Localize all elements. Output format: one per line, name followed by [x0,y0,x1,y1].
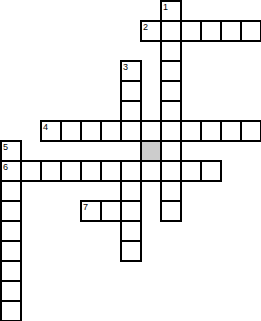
crossword-cell-shaded[interactable] [140,140,162,162]
crossword-cell[interactable] [220,20,242,42]
crossword-cell[interactable] [160,120,182,142]
crossword-cell[interactable] [120,120,142,142]
crossword-cell[interactable] [120,220,142,242]
crossword-cell[interactable] [0,220,22,242]
clue-number-5: 5 [3,142,8,152]
crossword-cell[interactable] [180,20,202,42]
crossword-cell[interactable] [160,80,182,102]
crossword-cell[interactable] [100,160,122,182]
crossword-cell[interactable] [220,120,242,142]
crossword-cell[interactable]: 5 [0,140,22,162]
crossword-cell[interactable]: 3 [120,60,142,82]
crossword-cell[interactable] [120,240,142,262]
crossword-cell[interactable] [160,40,182,62]
crossword-cell[interactable] [180,120,202,142]
crossword-cell[interactable]: 7 [80,200,102,222]
clue-number-7: 7 [83,202,88,212]
crossword-cell[interactable] [0,240,22,262]
crossword-cell[interactable] [100,200,122,222]
clue-number-3: 3 [123,62,128,72]
crossword-cell[interactable] [0,300,22,321]
crossword-cell[interactable] [80,160,102,182]
crossword-cell[interactable] [160,180,182,202]
crossword-cell[interactable] [200,20,222,42]
crossword-cell[interactable] [60,160,82,182]
crossword-cell[interactable] [160,60,182,82]
crossword-cell[interactable] [20,160,42,182]
crossword-cell[interactable]: 6 [0,160,22,182]
crossword-cell[interactable] [240,20,261,42]
crossword-cell[interactable] [160,100,182,122]
clue-number-1: 1 [163,2,168,12]
clue-number-2: 2 [143,22,148,32]
clue-number-4: 4 [43,122,48,132]
crossword-cell[interactable] [160,20,182,42]
crossword-cell[interactable] [80,120,102,142]
crossword-cell[interactable] [140,160,162,182]
crossword-cell[interactable] [0,180,22,202]
crossword-cell[interactable] [120,100,142,122]
crossword-cell[interactable] [0,260,22,282]
crossword-cell[interactable]: 4 [40,120,62,142]
crossword-cell[interactable] [120,200,142,222]
crossword-cell[interactable] [120,160,142,182]
crossword-cell[interactable] [160,200,182,222]
crossword-cell[interactable] [240,120,261,142]
crossword-cell[interactable] [200,160,222,182]
crossword-cell[interactable] [0,200,22,222]
crossword-cell[interactable] [200,120,222,142]
crossword-cell[interactable] [120,80,142,102]
crossword-cell[interactable] [40,160,62,182]
crossword-cell[interactable] [120,180,142,202]
crossword-board: 1234567 [0,0,261,321]
crossword-cell[interactable]: 2 [140,20,162,42]
crossword-cell[interactable]: 1 [160,0,182,22]
crossword-cell[interactable] [180,160,202,182]
crossword-cell[interactable] [100,120,122,142]
clue-number-6: 6 [3,162,8,172]
crossword-cell[interactable] [60,120,82,142]
crossword-cell[interactable] [0,280,22,302]
crossword-cell[interactable] [160,160,182,182]
crossword-cell[interactable] [140,120,162,142]
crossword-cell[interactable] [160,140,182,162]
